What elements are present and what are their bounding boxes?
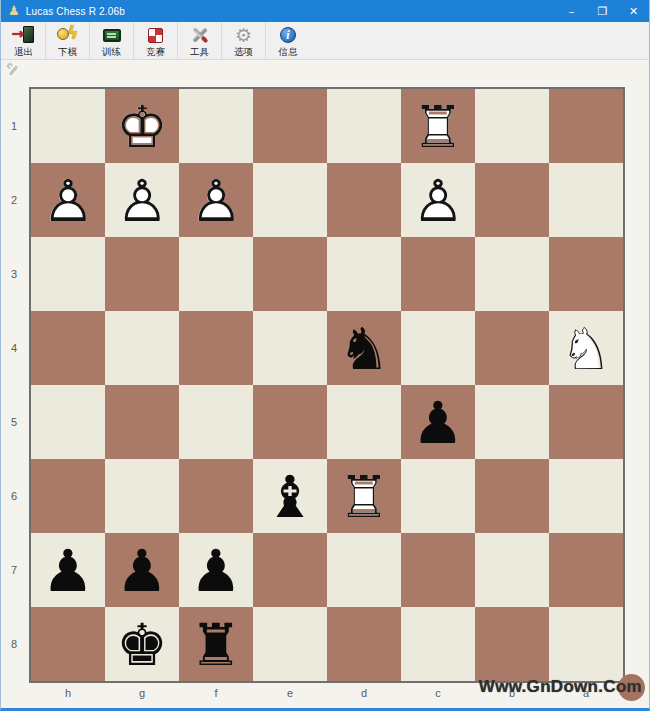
- rank-label-2: 2: [1, 163, 27, 237]
- square-g7[interactable]: ♟: [105, 533, 179, 607]
- square-a4[interactable]: ♞♘: [549, 311, 623, 385]
- exit-button[interactable]: → 退出: [2, 22, 46, 59]
- board: ♚♔♜♖♟♙♟♙♟♙♟♙♞♞♘♟♝♜♖♟♟♟♚♜: [31, 89, 623, 681]
- square-e2[interactable]: [253, 163, 327, 237]
- square-h5[interactable]: [31, 385, 105, 459]
- board-panel: 12345678 ♚♔♜♖♟♙♟♙♟♙♟♙♞♞♘♟♝♜♖♟♟♟♚♜ hgfedc…: [1, 60, 649, 708]
- square-h3[interactable]: [31, 237, 105, 311]
- square-a1[interactable]: [549, 89, 623, 163]
- chalkboard-icon: [100, 24, 124, 46]
- file-label-e: e: [253, 685, 327, 701]
- main-toolbar: → 退出 ϟ 下棋 训练 竞赛 工具: [1, 22, 649, 60]
- square-a2[interactable]: [549, 163, 623, 237]
- checkerboard-icon: [144, 24, 168, 46]
- square-h4[interactable]: [31, 311, 105, 385]
- file-label-h: h: [31, 685, 105, 701]
- square-c1[interactable]: ♜♖: [401, 89, 475, 163]
- square-c8[interactable]: [401, 607, 475, 681]
- square-d8[interactable]: [327, 607, 401, 681]
- square-c7[interactable]: [401, 533, 475, 607]
- tools-label: 工具: [190, 46, 209, 58]
- square-d1[interactable]: [327, 89, 401, 163]
- black-bishop-piece[interactable]: ♝: [253, 459, 327, 533]
- square-c5[interactable]: ♟: [401, 385, 475, 459]
- square-f7[interactable]: ♟: [179, 533, 253, 607]
- square-b4[interactable]: [475, 311, 549, 385]
- square-a6[interactable]: [549, 459, 623, 533]
- rank-label-4: 4: [1, 311, 27, 385]
- white-pawn-piece[interactable]: ♟♙: [31, 163, 105, 237]
- white-pawn-piece[interactable]: ♟♙: [105, 163, 179, 237]
- square-b6[interactable]: [475, 459, 549, 533]
- square-a5[interactable]: [549, 385, 623, 459]
- square-g1[interactable]: ♚♔: [105, 89, 179, 163]
- square-f1[interactable]: [179, 89, 253, 163]
- square-h7[interactable]: ♟: [31, 533, 105, 607]
- square-d7[interactable]: [327, 533, 401, 607]
- app-pawn-icon: ♟: [8, 0, 20, 22]
- file-label-d: d: [327, 685, 401, 701]
- square-b2[interactable]: [475, 163, 549, 237]
- exit-door-icon: →: [12, 24, 36, 46]
- file-label-c: c: [401, 685, 475, 701]
- square-e5[interactable]: [253, 385, 327, 459]
- square-c6[interactable]: [401, 459, 475, 533]
- square-e7[interactable]: [253, 533, 327, 607]
- square-e4[interactable]: [253, 311, 327, 385]
- rank-labels: 12345678: [1, 89, 27, 681]
- exit-label: 退出: [14, 46, 33, 58]
- square-f2[interactable]: ♟♙: [179, 163, 253, 237]
- training-label: 训练: [102, 46, 121, 58]
- play-button[interactable]: ϟ 下棋: [46, 22, 90, 59]
- square-g6[interactable]: [105, 459, 179, 533]
- window-controls: – ❐ ✕: [556, 0, 649, 22]
- info-icon: i: [276, 24, 300, 46]
- app-window: ♟ Lucas Chess R 2.06b – ❐ ✕ → 退出 ϟ 下棋 训练: [0, 0, 650, 711]
- crossed-tools-icon: [188, 24, 212, 46]
- window-title: Lucas Chess R 2.06b: [26, 6, 125, 17]
- square-b8[interactable]: [475, 607, 549, 681]
- square-e8[interactable]: [253, 607, 327, 681]
- options-label: 选项: [234, 46, 253, 58]
- play-label: 下棋: [58, 46, 77, 58]
- square-d5[interactable]: [327, 385, 401, 459]
- square-g5[interactable]: [105, 385, 179, 459]
- square-a3[interactable]: [549, 237, 623, 311]
- square-f5[interactable]: [179, 385, 253, 459]
- square-b1[interactable]: [475, 89, 549, 163]
- black-king-piece[interactable]: ♚: [105, 607, 179, 681]
- board-tools-icon[interactable]: [6, 63, 20, 77]
- white-pawn-piece[interactable]: ♟♙: [401, 163, 475, 237]
- white-king-piece[interactable]: ♚♔: [105, 89, 179, 163]
- lightning-coin-icon: ϟ: [56, 24, 80, 46]
- watermark: Www.GnDown.Com: [479, 677, 642, 697]
- white-rook-piece[interactable]: ♜♖: [401, 89, 475, 163]
- board-frame: ♚♔♜♖♟♙♟♙♟♙♟♙♞♞♘♟♝♜♖♟♟♟♚♜: [29, 87, 625, 683]
- square-f3[interactable]: [179, 237, 253, 311]
- square-h2[interactable]: ♟♙: [31, 163, 105, 237]
- square-d6[interactable]: ♜♖: [327, 459, 401, 533]
- square-f4[interactable]: [179, 311, 253, 385]
- black-pawn-piece[interactable]: ♟: [31, 533, 105, 607]
- close-button[interactable]: ✕: [618, 0, 649, 22]
- black-pawn-piece[interactable]: ♟: [105, 533, 179, 607]
- square-e1[interactable]: [253, 89, 327, 163]
- square-c2[interactable]: ♟♙: [401, 163, 475, 237]
- square-b7[interactable]: [475, 533, 549, 607]
- square-d4[interactable]: ♞: [327, 311, 401, 385]
- square-d2[interactable]: [327, 163, 401, 237]
- square-b5[interactable]: [475, 385, 549, 459]
- square-e3[interactable]: [253, 237, 327, 311]
- info-button[interactable]: i 信息: [266, 22, 310, 59]
- square-h8[interactable]: [31, 607, 105, 681]
- gear-icon: ⚙: [232, 24, 256, 46]
- square-g2[interactable]: ♟♙: [105, 163, 179, 237]
- white-knight-piece[interactable]: ♞♘: [549, 311, 623, 385]
- square-d3[interactable]: [327, 237, 401, 311]
- black-pawn-piece[interactable]: ♟: [179, 533, 253, 607]
- black-rook-piece[interactable]: ♜: [179, 607, 253, 681]
- square-a8[interactable]: [549, 607, 623, 681]
- rank-label-7: 7: [1, 533, 27, 607]
- square-f8[interactable]: ♜: [179, 607, 253, 681]
- square-f6[interactable]: [179, 459, 253, 533]
- info-label: 信息: [279, 46, 298, 58]
- white-rook-piece[interactable]: ♜♖: [327, 459, 401, 533]
- file-label-g: g: [105, 685, 179, 701]
- training-button[interactable]: 训练: [90, 22, 134, 59]
- square-b3[interactable]: [475, 237, 549, 311]
- square-g8[interactable]: ♚: [105, 607, 179, 681]
- black-pawn-piece[interactable]: ♟: [401, 385, 475, 459]
- minimize-button[interactable]: –: [556, 0, 587, 22]
- square-g3[interactable]: [105, 237, 179, 311]
- square-e6[interactable]: ♝: [253, 459, 327, 533]
- rank-label-5: 5: [1, 385, 27, 459]
- square-c4[interactable]: [401, 311, 475, 385]
- rank-label-8: 8: [1, 607, 27, 681]
- title-bar[interactable]: ♟ Lucas Chess R 2.06b – ❐ ✕: [1, 0, 649, 22]
- compete-button[interactable]: 竞赛: [134, 22, 178, 59]
- rank-label-6: 6: [1, 459, 27, 533]
- rank-label-3: 3: [1, 237, 27, 311]
- tools-button[interactable]: 工具: [178, 22, 222, 59]
- file-label-f: f: [179, 685, 253, 701]
- square-h1[interactable]: [31, 89, 105, 163]
- square-a7[interactable]: [549, 533, 623, 607]
- options-button[interactable]: ⚙ 选项: [222, 22, 266, 59]
- maximize-button[interactable]: ❐: [587, 0, 618, 22]
- square-h6[interactable]: [31, 459, 105, 533]
- white-pawn-piece[interactable]: ♟♙: [179, 163, 253, 237]
- rank-label-1: 1: [1, 89, 27, 163]
- square-c3[interactable]: [401, 237, 475, 311]
- compete-label: 竞赛: [146, 46, 165, 58]
- square-g4[interactable]: [105, 311, 179, 385]
- black-knight-piece[interactable]: ♞: [327, 311, 401, 385]
